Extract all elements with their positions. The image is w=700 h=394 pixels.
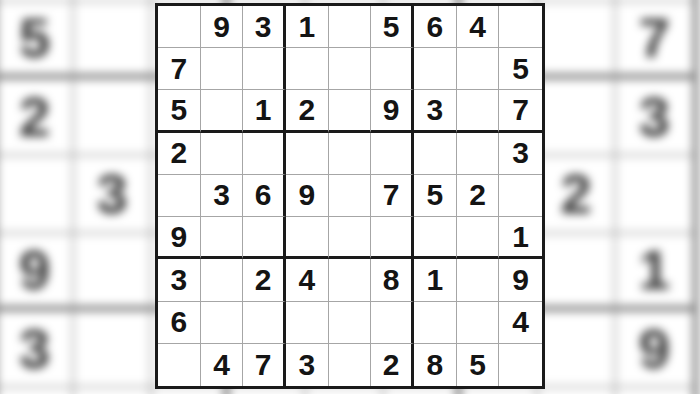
sudoku-cell-r9c9[interactable]	[499, 344, 542, 386]
digit: 2	[255, 263, 272, 297]
bg-cell-r6c8	[538, 234, 615, 311]
digit: 8	[426, 348, 443, 382]
sudoku-cell-r9c2[interactable]: 4	[201, 344, 244, 386]
digit: 4	[469, 10, 486, 44]
sudoku-cell-r6c1[interactable]: 9	[158, 217, 201, 259]
digit: 4	[298, 263, 315, 297]
sudoku-cell-r1c6[interactable]: 5	[371, 6, 414, 48]
sudoku-cell-r9c1[interactable]	[158, 344, 201, 386]
digit: 5	[170, 93, 187, 127]
sudoku-cell-r8c6[interactable]	[371, 302, 414, 344]
bg-cell-r4c8	[538, 79, 615, 156]
digit: 3	[298, 348, 315, 382]
sudoku-cell-r5c8[interactable]: 2	[457, 175, 500, 217]
sudoku-cell-r1c4[interactable]: 1	[286, 6, 329, 48]
sudoku-cell-r5c7[interactable]: 5	[414, 175, 457, 217]
sudoku-cell-r8c7[interactable]	[414, 302, 457, 344]
sudoku-cell-r5c6[interactable]: 7	[371, 175, 414, 217]
sudoku-screenshot: 93156475512937233697529132481964473285 9…	[0, 0, 700, 394]
digit: 9	[512, 263, 529, 297]
bg-cell-r3c8	[538, 2, 615, 79]
bg-cell-r3c9: 7	[616, 2, 693, 79]
sudoku-cell-r5c1[interactable]	[158, 175, 201, 217]
sudoku-cell-r4c2[interactable]	[201, 133, 244, 175]
sudoku-cell-r7c8[interactable]	[457, 259, 500, 301]
digit: 3	[213, 178, 230, 212]
digit: 3	[639, 84, 670, 149]
bg-cell-r5c1	[0, 156, 74, 233]
sudoku-cell-r9c5[interactable]	[329, 344, 372, 386]
sudoku-cell-r7c5[interactable]	[329, 259, 372, 301]
bg-cell-r4c9: 3	[616, 79, 693, 156]
sudoku-cell-r7c7[interactable]: 1	[414, 259, 457, 301]
digit: 2	[469, 178, 486, 212]
sudoku-cell-r4c5[interactable]	[329, 133, 372, 175]
digit: 7	[639, 5, 670, 70]
sudoku-cell-r2c4[interactable]	[286, 48, 329, 90]
digit: 3	[426, 93, 443, 127]
sudoku-cell-r7c9[interactable]: 9	[499, 259, 542, 301]
bg-cell-r8c4	[229, 388, 306, 394]
sudoku-cell-r9c7[interactable]: 8	[414, 344, 457, 386]
sudoku-cell-r2c1[interactable]: 7	[158, 48, 201, 90]
sudoku-cell-r6c2[interactable]	[201, 217, 244, 259]
digit: 3	[170, 263, 187, 297]
sudoku-cell-r7c1[interactable]: 3	[158, 259, 201, 301]
digit: 9	[383, 93, 400, 127]
sudoku-cell-r9c6[interactable]: 2	[371, 344, 414, 386]
digit: 4	[512, 305, 529, 339]
sudoku-cell-r1c5[interactable]	[329, 6, 372, 48]
sudoku-cell-r6c3[interactable]	[243, 217, 286, 259]
digit: 9	[298, 178, 315, 212]
digit: 9	[639, 316, 670, 381]
digit: 6	[255, 178, 272, 212]
sudoku-cell-r5c3[interactable]: 6	[243, 175, 286, 217]
digit: 2	[19, 84, 50, 149]
digit: 1	[639, 237, 670, 302]
bg-cell-r7c2	[74, 311, 151, 388]
bg-cell-r4c1: 2	[0, 79, 74, 156]
sudoku-cell-r9c4[interactable]: 3	[286, 344, 329, 386]
sudoku-cell-r6c7[interactable]	[414, 217, 457, 259]
bg-cell-r5c9	[616, 156, 693, 233]
sudoku-cell-r4c9[interactable]: 3	[499, 133, 542, 175]
digit: 7	[170, 52, 187, 86]
sudoku-cell-r6c5[interactable]	[329, 217, 372, 259]
digit: 3	[96, 161, 127, 226]
sudoku-cell-r3c1[interactable]: 5	[158, 90, 201, 132]
sudoku-cell-r1c3[interactable]: 3	[243, 6, 286, 48]
digit: 5	[383, 10, 400, 44]
sudoku-board: 93156475512937233697529132481964473285	[155, 3, 545, 389]
sudoku-cell-r2c3[interactable]	[243, 48, 286, 90]
sudoku-cell-r3c6[interactable]: 9	[371, 90, 414, 132]
sudoku-cell-r4c7[interactable]	[414, 133, 457, 175]
sudoku-cell-r6c8[interactable]	[457, 217, 500, 259]
digit: 1	[298, 10, 315, 44]
sudoku-cell-r2c9[interactable]: 5	[499, 48, 542, 90]
sudoku-cell-r4c4[interactable]	[286, 133, 329, 175]
sudoku-cell-r6c9[interactable]: 1	[499, 217, 542, 259]
digit: 5	[469, 348, 486, 382]
bg-cell-r8c7	[461, 388, 538, 394]
sudoku-cell-r3c3[interactable]: 1	[243, 90, 286, 132]
digit: 6	[170, 305, 187, 339]
sudoku-cell-r5c5[interactable]	[329, 175, 372, 217]
bg-cell-r8c9: 4	[616, 388, 693, 394]
sudoku-cell-r3c8[interactable]	[457, 90, 500, 132]
digit: 7	[383, 178, 400, 212]
digit: 6	[426, 10, 443, 44]
sudoku-cell-r1c7[interactable]: 6	[414, 6, 457, 48]
digit: 4	[213, 348, 230, 382]
bg-cell-r5c2: 3	[74, 156, 151, 233]
bg-cell-r8c8	[538, 388, 615, 394]
sudoku-cell-r9c3[interactable]: 7	[243, 344, 286, 386]
digit: 2	[170, 136, 187, 170]
sudoku-cell-r4c8[interactable]	[457, 133, 500, 175]
sudoku-cell-r7c6[interactable]: 8	[371, 259, 414, 301]
bg-cell-r4c2	[74, 79, 151, 156]
bg-cell-r8c1: 6	[0, 388, 74, 394]
sudoku-cell-r8c2[interactable]	[201, 302, 244, 344]
sudoku-cell-r5c2[interactable]: 3	[201, 175, 244, 217]
bg-cell-r6c1: 9	[0, 234, 74, 311]
sudoku-cell-r3c9[interactable]: 7	[499, 90, 542, 132]
digit: 3	[255, 10, 272, 44]
bg-cell-r7c8	[538, 311, 615, 388]
sudoku-cell-r7c3[interactable]: 2	[243, 259, 286, 301]
digit: 5	[19, 5, 50, 70]
digit: 9	[19, 237, 50, 302]
sudoku-cell-r4c6[interactable]	[371, 133, 414, 175]
bg-cell-r3c2	[74, 2, 151, 79]
digit: 1	[255, 93, 272, 127]
digit: 7	[255, 348, 272, 382]
digit: 3	[19, 316, 50, 381]
sudoku-cell-r4c1[interactable]: 2	[158, 133, 201, 175]
bg-cell-r5c8: 2	[538, 156, 615, 233]
sudoku-cell-r6c4[interactable]	[286, 217, 329, 259]
sudoku-cell-r2c8[interactable]	[457, 48, 500, 90]
sudoku-cell-r8c9[interactable]: 4	[499, 302, 542, 344]
sudoku-cell-r3c7[interactable]: 3	[414, 90, 457, 132]
digit: 1	[512, 220, 529, 254]
sudoku-cell-r2c7[interactable]	[414, 48, 457, 90]
sudoku-cell-r5c4[interactable]: 9	[286, 175, 329, 217]
digit: 5	[426, 178, 443, 212]
sudoku-cell-r2c2[interactable]	[201, 48, 244, 90]
digit: 2	[383, 348, 400, 382]
sudoku-cell-r7c2[interactable]	[201, 259, 244, 301]
bg-cell-r8c6	[384, 388, 461, 394]
sudoku-cell-r2c5[interactable]	[329, 48, 372, 90]
sudoku-cell-r3c2[interactable]	[201, 90, 244, 132]
sudoku-cell-r1c9[interactable]	[499, 6, 542, 48]
sudoku-cell-r7c4[interactable]: 4	[286, 259, 329, 301]
bg-cell-r7c1: 3	[0, 311, 74, 388]
digit: 8	[383, 263, 400, 297]
sudoku-cell-r1c2[interactable]: 9	[201, 6, 244, 48]
digit: 3	[512, 136, 529, 170]
bg-cell-r6c2	[74, 234, 151, 311]
digit: 9	[213, 10, 230, 44]
sudoku-cell-r9c8[interactable]: 5	[457, 344, 500, 386]
digit: 5	[512, 52, 529, 86]
digit: 1	[426, 263, 443, 297]
digit: 2	[560, 161, 591, 226]
sudoku-cell-r8c3[interactable]	[243, 302, 286, 344]
sudoku-cell-r3c4[interactable]: 2	[286, 90, 329, 132]
digit: 9	[170, 220, 187, 254]
bg-cell-r8c5	[306, 388, 383, 394]
sudoku-cell-r1c1[interactable]	[158, 6, 201, 48]
sudoku-cell-r8c5[interactable]	[329, 302, 372, 344]
sudoku-cell-r4c3[interactable]	[243, 133, 286, 175]
digit: 7	[512, 93, 529, 127]
sudoku-cell-r8c4[interactable]	[286, 302, 329, 344]
bg-cell-r7c9: 9	[616, 311, 693, 388]
sudoku-cell-r5c9[interactable]	[499, 175, 542, 217]
digit: 2	[298, 93, 315, 127]
sudoku-cell-r2c6[interactable]	[371, 48, 414, 90]
sudoku-cell-r8c1[interactable]: 6	[158, 302, 201, 344]
bg-cell-r8c3	[152, 388, 229, 394]
sudoku-cell-r8c8[interactable]	[457, 302, 500, 344]
sudoku-cell-r1c8[interactable]: 4	[457, 6, 500, 48]
bg-cell-r6c9: 1	[616, 234, 693, 311]
bg-cell-r8c2	[74, 388, 151, 394]
sudoku-cell-r3c5[interactable]	[329, 90, 372, 132]
bg-cell-r3c1: 5	[0, 2, 74, 79]
sudoku-cell-r6c6[interactable]	[371, 217, 414, 259]
